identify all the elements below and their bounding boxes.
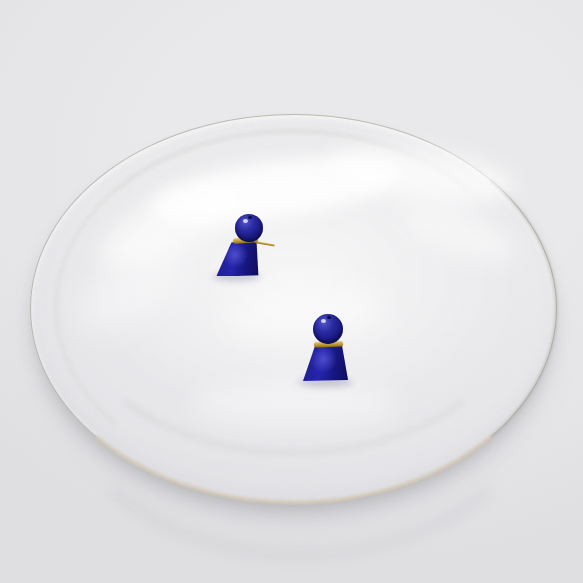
glass-plate — [30, 114, 557, 503]
blue-glass-tassel — [216, 242, 260, 277]
earring-upper-left — [205, 211, 285, 289]
earring-lower-right — [295, 310, 375, 398]
blue-glass-bead — [313, 314, 343, 344]
blue-glass-tassel — [303, 346, 349, 381]
blue-glass-bead — [235, 214, 263, 242]
product-photo — [0, 0, 583, 583]
gold-ear-post — [255, 241, 275, 246]
